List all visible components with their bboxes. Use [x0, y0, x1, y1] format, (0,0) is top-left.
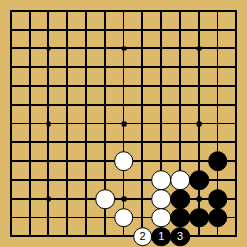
- board-intersection[interactable]: [20, 77, 39, 96]
- board-intersection[interactable]: [190, 208, 209, 227]
- board-intersection[interactable]: [133, 133, 152, 152]
- board-intersection[interactable]: [152, 133, 171, 152]
- board-intersection[interactable]: [20, 2, 39, 21]
- board-intersection[interactable]: [171, 208, 190, 227]
- board-intersection[interactable]: [152, 208, 171, 227]
- board-intersection[interactable]: [39, 171, 58, 190]
- board-intersection[interactable]: [58, 2, 77, 21]
- board-intersection[interactable]: [77, 171, 96, 190]
- board-intersection[interactable]: [152, 114, 171, 133]
- board-intersection[interactable]: [2, 2, 21, 21]
- board-intersection[interactable]: [20, 96, 39, 115]
- board-intersection[interactable]: [2, 20, 21, 39]
- board-intersection[interactable]: [114, 208, 133, 227]
- board-intersection[interactable]: [208, 39, 227, 58]
- board-intersection[interactable]: [77, 190, 96, 209]
- black-stone: [170, 189, 190, 209]
- board-intersection[interactable]: [58, 39, 77, 58]
- board-intersection[interactable]: [2, 133, 21, 152]
- board-intersection[interactable]: [190, 77, 209, 96]
- board-intersection[interactable]: [152, 58, 171, 77]
- board-intersection[interactable]: [2, 58, 21, 77]
- board-intersection[interactable]: [133, 20, 152, 39]
- board-intersection[interactable]: [114, 190, 133, 209]
- board-intersection[interactable]: [114, 171, 133, 190]
- board-intersection[interactable]: [58, 77, 77, 96]
- board-intersection[interactable]: [133, 114, 152, 133]
- board-intersection[interactable]: [208, 114, 227, 133]
- board-intersection[interactable]: [208, 20, 227, 39]
- board-intersection[interactable]: [96, 190, 115, 209]
- board-intersection[interactable]: [96, 171, 115, 190]
- board-intersection[interactable]: [171, 77, 190, 96]
- board-intersection[interactable]: [77, 2, 96, 21]
- board-intersection[interactable]: [171, 114, 190, 133]
- board-intersection[interactable]: [96, 77, 115, 96]
- board-intersection[interactable]: [227, 2, 246, 21]
- board-intersection[interactable]: [39, 208, 58, 227]
- board-intersection[interactable]: [227, 190, 246, 209]
- board-intersection[interactable]: [58, 152, 77, 171]
- board-intersection[interactable]: [20, 133, 39, 152]
- board-intersection[interactable]: [152, 190, 171, 209]
- hoshi-star-point: [197, 46, 202, 51]
- board-intersection[interactable]: [39, 2, 58, 21]
- board-intersection[interactable]: [77, 133, 96, 152]
- board-intersection[interactable]: [77, 20, 96, 39]
- board-intersection[interactable]: [227, 96, 246, 115]
- board-intersection[interactable]: [190, 227, 209, 246]
- board-intersection[interactable]: [77, 208, 96, 227]
- board-intersection[interactable]: [114, 152, 133, 171]
- board-intersection[interactable]: [58, 190, 77, 209]
- board-intersection[interactable]: [114, 2, 133, 21]
- board-intersection[interactable]: [152, 20, 171, 39]
- board-intersection[interactable]: [39, 114, 58, 133]
- board-intersection[interactable]: [227, 227, 246, 246]
- board-intersection[interactable]: [208, 2, 227, 21]
- board-intersection[interactable]: [114, 58, 133, 77]
- board-intersection[interactable]: [114, 133, 133, 152]
- board-intersection[interactable]: [2, 96, 21, 115]
- board-intersection[interactable]: [39, 77, 58, 96]
- board-intersection[interactable]: [227, 39, 246, 58]
- board-intersection[interactable]: [20, 58, 39, 77]
- board-intersection[interactable]: [152, 39, 171, 58]
- white-stone: [114, 208, 134, 228]
- hoshi-star-point: [46, 197, 51, 202]
- board-intersection[interactable]: [96, 133, 115, 152]
- board-intersection[interactable]: [2, 77, 21, 96]
- board-intersection[interactable]: [133, 208, 152, 227]
- board-intersection[interactable]: [190, 152, 209, 171]
- white-stone: [152, 189, 172, 209]
- board-intersection[interactable]: [2, 227, 21, 246]
- board-intersection[interactable]: [208, 190, 227, 209]
- board-intersection[interactable]: [208, 96, 227, 115]
- move-number-label: 2: [140, 231, 146, 242]
- go-board: 213: [2, 2, 246, 246]
- black-stone: 3: [170, 227, 190, 247]
- board-intersection[interactable]: [227, 133, 246, 152]
- board-intersection[interactable]: [208, 133, 227, 152]
- board-intersection[interactable]: [152, 171, 171, 190]
- black-stone: [189, 208, 209, 228]
- board-intersection[interactable]: [133, 77, 152, 96]
- board-intersection[interactable]: [227, 58, 246, 77]
- board-intersection[interactable]: [152, 77, 171, 96]
- board-intersection[interactable]: [171, 171, 190, 190]
- board-intersection[interactable]: [171, 58, 190, 77]
- board-intersection[interactable]: [190, 190, 209, 209]
- board-intersection[interactable]: [190, 171, 209, 190]
- board-intersection[interactable]: [58, 20, 77, 39]
- board-intersection[interactable]: [227, 20, 246, 39]
- board-intersection[interactable]: [58, 96, 77, 115]
- board-intersection[interactable]: [20, 171, 39, 190]
- board-intersection[interactable]: [171, 39, 190, 58]
- board-intersection[interactable]: [77, 58, 96, 77]
- board-intersection[interactable]: [20, 114, 39, 133]
- go-diagram: 213: [0, 0, 247, 247]
- board-intersection[interactable]: [114, 96, 133, 115]
- white-stone: [95, 189, 115, 209]
- board-intersection[interactable]: [2, 190, 21, 209]
- board-intersection[interactable]: [171, 96, 190, 115]
- board-intersection[interactable]: [171, 152, 190, 171]
- board-intersection[interactable]: [20, 227, 39, 246]
- board-intersection[interactable]: [114, 114, 133, 133]
- board-intersection[interactable]: [39, 227, 58, 246]
- board-intersection[interactable]: [152, 96, 171, 115]
- board-intersection[interactable]: [77, 152, 96, 171]
- hoshi-star-point: [197, 121, 202, 126]
- board-intersection[interactable]: [190, 58, 209, 77]
- board-intersection[interactable]: [58, 227, 77, 246]
- board-intersection[interactable]: [77, 77, 96, 96]
- board-intersection[interactable]: [227, 152, 246, 171]
- board-intersection[interactable]: [190, 96, 209, 115]
- board-intersection[interactable]: [171, 2, 190, 21]
- hoshi-star-point: [121, 46, 126, 51]
- board-intersection[interactable]: [39, 39, 58, 58]
- board-intersection[interactable]: [77, 114, 96, 133]
- move-number-label: 3: [177, 231, 183, 242]
- board-intersection[interactable]: [208, 208, 227, 227]
- board-intersection[interactable]: [208, 58, 227, 77]
- board-intersection[interactable]: [190, 20, 209, 39]
- board-intersection[interactable]: [39, 58, 58, 77]
- board-intersection[interactable]: [39, 96, 58, 115]
- board-intersection[interactable]: [20, 190, 39, 209]
- black-stone: [189, 170, 209, 190]
- board-intersection[interactable]: [96, 20, 115, 39]
- board-intersection[interactable]: [171, 133, 190, 152]
- board-intersection[interactable]: [96, 208, 115, 227]
- move-number-label: 1: [158, 231, 164, 242]
- white-stone: [170, 170, 190, 190]
- board-intersection[interactable]: [96, 58, 115, 77]
- board-intersection[interactable]: [77, 96, 96, 115]
- board-intersection[interactable]: [77, 39, 96, 58]
- board-intersection[interactable]: [20, 152, 39, 171]
- board-intersection[interactable]: [58, 58, 77, 77]
- board-intersection[interactable]: [20, 208, 39, 227]
- board-intersection[interactable]: [96, 114, 115, 133]
- board-intersection[interactable]: [133, 96, 152, 115]
- board-intersection[interactable]: [190, 2, 209, 21]
- board-intersection[interactable]: [96, 152, 115, 171]
- hoshi-star-point: [121, 121, 126, 126]
- board-intersection[interactable]: [77, 227, 96, 246]
- board-intersection[interactable]: [39, 152, 58, 171]
- white-stone: [152, 170, 172, 190]
- board-intersection[interactable]: [190, 133, 209, 152]
- board-intersection[interactable]: [2, 152, 21, 171]
- white-stone: [152, 208, 172, 228]
- board-intersection[interactable]: [133, 171, 152, 190]
- black-stone: [208, 208, 228, 228]
- board-intersection[interactable]: [208, 77, 227, 96]
- board-intersection[interactable]: [227, 171, 246, 190]
- board-intersection[interactable]: [171, 190, 190, 209]
- board-intersection[interactable]: [190, 114, 209, 133]
- black-stone: 1: [152, 227, 172, 247]
- board-intersection[interactable]: [39, 20, 58, 39]
- board-intersection[interactable]: [133, 190, 152, 209]
- board-intersection[interactable]: [39, 133, 58, 152]
- white-stone: 2: [133, 227, 153, 247]
- board-intersection[interactable]: [227, 208, 246, 227]
- black-stone: [208, 189, 228, 209]
- board-intersection[interactable]: [114, 20, 133, 39]
- board-intersection[interactable]: [58, 114, 77, 133]
- board-intersection[interactable]: [133, 58, 152, 77]
- board-intersection[interactable]: [171, 20, 190, 39]
- board-intersection[interactable]: [58, 208, 77, 227]
- board-intersection[interactable]: [2, 39, 21, 58]
- board-intersection[interactable]: [133, 39, 152, 58]
- board-intersection[interactable]: [208, 152, 227, 171]
- white-stone: [114, 152, 134, 172]
- board-intersection[interactable]: [96, 227, 115, 246]
- board-intersection[interactable]: [96, 39, 115, 58]
- board-intersection[interactable]: 2: [133, 227, 152, 246]
- board-intersection[interactable]: [133, 2, 152, 21]
- board-intersection[interactable]: [2, 208, 21, 227]
- board-intersection[interactable]: [114, 227, 133, 246]
- board-intersection[interactable]: [152, 152, 171, 171]
- board-intersection[interactable]: [58, 133, 77, 152]
- board-intersection[interactable]: [39, 190, 58, 209]
- board-intersection[interactable]: [114, 77, 133, 96]
- board-intersection[interactable]: [133, 152, 152, 171]
- hoshi-star-point: [197, 197, 202, 202]
- board-intersection[interactable]: [20, 20, 39, 39]
- hoshi-star-point: [46, 121, 51, 126]
- board-intersection[interactable]: [96, 96, 115, 115]
- board-intersection[interactable]: [2, 171, 21, 190]
- board-intersection[interactable]: [227, 77, 246, 96]
- board-intersection[interactable]: [96, 2, 115, 21]
- board-intersection[interactable]: 1: [152, 227, 171, 246]
- board-intersection[interactable]: 3: [171, 227, 190, 246]
- board-intersection[interactable]: [2, 114, 21, 133]
- hoshi-star-point: [46, 46, 51, 51]
- board-intersection[interactable]: [20, 39, 39, 58]
- black-stone: [170, 208, 190, 228]
- hoshi-star-point: [121, 197, 126, 202]
- board-intersection[interactable]: [208, 227, 227, 246]
- board-intersection[interactable]: [190, 39, 209, 58]
- board-intersection[interactable]: [152, 2, 171, 21]
- board-intersection[interactable]: [58, 171, 77, 190]
- board-intersection[interactable]: [227, 114, 246, 133]
- black-stone: [208, 152, 228, 172]
- board-intersection[interactable]: [208, 171, 227, 190]
- board-intersection[interactable]: [114, 39, 133, 58]
